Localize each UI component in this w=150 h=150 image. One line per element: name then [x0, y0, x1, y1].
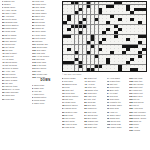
clue: 72 Night light — [84, 126, 105, 129]
clue-number: 10 — [62, 83, 65, 85]
clue-number: 119 — [32, 70, 36, 72]
clue-number: 1 — [2, 0, 4, 2]
clue-number: 73 — [32, 3, 35, 5]
clue-number: 54 — [84, 98, 87, 100]
clue-number: 59 — [2, 82, 5, 84]
clue-number: 29 — [2, 34, 5, 36]
clue-number: 132 — [129, 129, 133, 131]
clue-number: 66 — [84, 117, 87, 119]
clue-number: 14 — [2, 9, 5, 11]
clue-number: 75 — [32, 6, 35, 8]
clue-number: 52 — [84, 95, 87, 97]
clue-number: 27 — [2, 30, 5, 32]
clue-column-1: 1 Nabors role5 Oodles9 Sharp flavor14 Ho… — [2, 0, 29, 150]
clue-number: 34 — [2, 43, 5, 45]
clue-number: 71 — [32, 0, 35, 2]
clue-number: 89 — [32, 27, 35, 29]
clue: 104 Shoe width — [107, 126, 128, 129]
clue-column-under-4: 106 Fish eggs108 Lawn tool110 Ore source… — [129, 77, 150, 150]
clue-number: 122 — [129, 101, 133, 103]
clue-number: 111 — [32, 58, 36, 60]
clue-number: 112 — [129, 86, 133, 88]
clue-number: 76 — [107, 80, 110, 82]
clue-number: 41 — [84, 80, 87, 82]
clue-number: 1 — [32, 84, 34, 86]
clue: 37 Map detail — [62, 126, 83, 129]
clue-number: 91 — [32, 30, 35, 32]
clue-number: 21 — [2, 18, 5, 20]
grid-cell-r21c21 — [142, 68, 146, 71]
clue-number: 100 — [107, 120, 111, 122]
clue-number: 109 — [32, 55, 36, 57]
clue-number: 5 — [2, 3, 4, 5]
clue-number: 65 — [2, 91, 5, 93]
clue-number: 25 — [2, 27, 5, 29]
clue-number: 121 — [32, 73, 36, 75]
clue-number: 43 — [84, 83, 87, 85]
clue-number: 81 — [32, 15, 35, 17]
clue-number: 47 — [2, 64, 5, 66]
clue-number: 85 — [32, 21, 35, 23]
clue-number: 77 — [32, 9, 35, 11]
clue-number: 11 — [62, 86, 65, 88]
clue-number: 84 — [107, 92, 110, 94]
clue-number: 63 — [2, 88, 5, 90]
clue-number: 110 — [129, 83, 133, 85]
clue-number: 58 — [84, 104, 87, 106]
clue-number: 44 — [2, 58, 5, 60]
clue-number: 30 — [62, 117, 65, 119]
clue-number: 51 — [2, 70, 5, 72]
clue-number: 13 — [62, 92, 65, 94]
clue: 69 Luau dish — [2, 98, 29, 101]
clue-number: 82 — [107, 89, 110, 91]
clue-number: 118 — [129, 95, 133, 97]
clue-number: 103 — [32, 46, 36, 48]
clue-number: 90 — [107, 101, 110, 103]
clue-number: 19 — [2, 12, 5, 14]
clue-number: 16 — [62, 98, 65, 100]
clue-number: 45 — [84, 86, 87, 88]
clue-number: 126 — [129, 111, 133, 113]
clue-number: 6 — [32, 99, 34, 101]
clue-number: 5 — [32, 96, 34, 98]
clue-number: 128 — [129, 117, 133, 119]
clue-number: 124 — [129, 104, 133, 106]
clue-number: 92 — [107, 104, 110, 106]
clue-number: 20 — [2, 15, 5, 17]
clue-number: 98 — [107, 117, 110, 119]
clue-number: 24 — [62, 107, 65, 109]
clue-column-under-2: 39 Class test41 Old auto43 Air hero45 St… — [84, 77, 105, 150]
clue-number: 64 — [84, 114, 87, 116]
clue-number: 50 — [84, 92, 87, 94]
clue-number: 4 — [32, 93, 34, 95]
clue-number: 105 — [32, 49, 36, 51]
clue-number: 67 — [2, 94, 5, 96]
clue-number: 102 — [107, 123, 111, 125]
clue-number: 96 — [32, 37, 35, 39]
clue-number: 62 — [84, 111, 87, 113]
clue-number: 35 — [62, 123, 65, 125]
clue-number: 108 — [129, 80, 133, 82]
clue-number: 79 — [32, 12, 35, 14]
clue-number: 57 — [2, 79, 5, 81]
clue-number: 97 — [107, 114, 110, 116]
clue-number: 130 — [129, 123, 133, 125]
clue-number: 80 — [107, 86, 110, 88]
clue-number: 78 — [107, 83, 110, 85]
clue-number: 61 — [2, 85, 5, 87]
clue-number: 99 — [32, 40, 35, 42]
clue-number: 116 — [129, 92, 133, 94]
clue-number: 3 — [32, 90, 34, 92]
clue-number: 9 — [62, 80, 64, 82]
clue-number: 8 — [62, 77, 64, 79]
clue-number: 46 — [2, 61, 5, 63]
clue-number: 131 — [129, 126, 133, 128]
clue-number: 107 — [32, 52, 36, 54]
clue-number: 40 — [2, 52, 5, 54]
clue-number: 28 — [62, 114, 65, 116]
clue-number: 12 — [62, 89, 65, 91]
clue-number: 7 — [32, 102, 34, 104]
clue-number: 33 — [62, 120, 65, 122]
clue-number: 42 — [2, 55, 5, 57]
clue-column-under-3: 74 Hem again76 Plains tribe78 Tart fruit… — [107, 77, 128, 150]
clue-number: 125 — [129, 107, 133, 109]
clue-number: 9 — [2, 6, 4, 8]
clue-number: 74 — [107, 77, 110, 79]
clue-number: 95 — [107, 111, 110, 113]
clue-number: 69 — [2, 98, 5, 100]
clue-number: 26 — [62, 111, 65, 113]
clue-number: 60 — [84, 107, 87, 109]
clue-number: 113 — [32, 61, 36, 63]
clue-number: 53 — [2, 73, 5, 75]
clue-number: 2 — [32, 87, 34, 89]
clue-column-2: 71 Mine find73 Piano piece75 Jolly laugh… — [32, 0, 59, 150]
clue-number: 93 — [107, 107, 110, 109]
clue-number: 120 — [129, 98, 133, 100]
clue-number: 129 — [129, 120, 133, 122]
clue-number: 48 — [84, 89, 87, 91]
clue-number: 104 — [107, 126, 111, 128]
clue-number: 101 — [32, 43, 36, 45]
clue-number: 36 — [2, 46, 5, 48]
clue-number: 56 — [84, 101, 87, 103]
down-section-header: DOWN — [32, 80, 59, 83]
crossword-grid — [62, 1, 147, 73]
copyright-line: © The New York Times — [62, 73, 147, 75]
clue-number: 83 — [32, 18, 35, 20]
clue-number: 22 — [2, 21, 5, 23]
clue-number: 39 — [84, 77, 87, 79]
clue-number: 87 — [32, 24, 35, 26]
clue-number: 70 — [84, 123, 87, 125]
clue-number: 55 — [2, 76, 5, 78]
clue-number: 127 — [129, 114, 133, 116]
clue-number: 17 — [62, 101, 65, 103]
clue-number: 115 — [32, 64, 36, 66]
clue-number: 94 — [32, 34, 35, 36]
clue: 7 Choir voice — [32, 102, 59, 105]
clue-number: 123 — [32, 76, 36, 78]
clue-number: 15 — [62, 95, 65, 97]
clue-number: 117 — [32, 67, 36, 69]
clue-number: 88 — [107, 98, 110, 100]
clue-number: 86 — [107, 95, 110, 97]
clue-number: 114 — [129, 89, 133, 91]
clue-number: 68 — [84, 120, 87, 122]
clue-number: 31 — [2, 37, 5, 39]
clue-number: 38 — [2, 49, 5, 51]
clue-number: 37 — [62, 126, 65, 128]
clue-number: 49 — [2, 67, 5, 69]
clue-number: 18 — [62, 104, 65, 106]
clue: 132 Hoopla — [129, 129, 150, 132]
clue-number: 72 — [84, 126, 87, 128]
clue-number: 106 — [129, 77, 133, 79]
clue-number: 23 — [2, 24, 5, 26]
clue-number: 32 — [2, 40, 5, 42]
clue-column-under-1: 8 Cleo's snake9 Pub order10 Baking need1… — [62, 77, 83, 150]
